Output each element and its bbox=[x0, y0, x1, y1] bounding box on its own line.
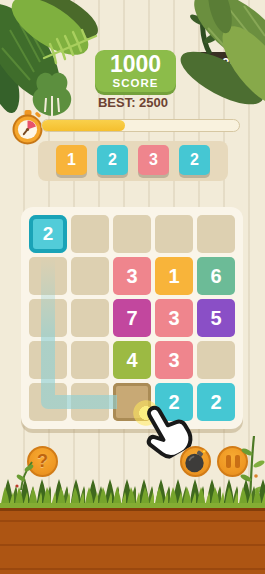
cell-r4-c0[interactable] bbox=[29, 383, 67, 421]
cell-r4-c1[interactable] bbox=[71, 383, 109, 421]
cell-r3-c3[interactable]: 3 bbox=[155, 341, 193, 379]
queue-tile-0[interactable]: 1 bbox=[56, 145, 87, 175]
cell-r3-c2[interactable]: 4 bbox=[113, 341, 151, 379]
cell-r1-c3[interactable]: 1 bbox=[155, 257, 193, 295]
cell-r3-c4[interactable] bbox=[197, 341, 235, 379]
cell-r3-c0[interactable] bbox=[29, 341, 67, 379]
cell-r2-c1[interactable] bbox=[71, 299, 109, 337]
pause-icon bbox=[226, 455, 231, 468]
cell-r1-c2[interactable]: 3 bbox=[113, 257, 151, 295]
game-screen: 1000 SCORE $ 200 BEST: 2500 1232 2316735… bbox=[0, 0, 265, 574]
cell-r1-c0[interactable] bbox=[29, 257, 67, 295]
wooden-floor bbox=[0, 508, 265, 574]
cell-r2-c2[interactable]: 7 bbox=[113, 299, 151, 337]
board-grid: 23167354322 bbox=[29, 215, 235, 421]
bomb-button[interactable] bbox=[180, 446, 211, 477]
cell-r2-c3[interactable]: 3 bbox=[155, 299, 193, 337]
cell-r2-c4[interactable]: 5 bbox=[197, 299, 235, 337]
cell-r0-c3[interactable] bbox=[155, 215, 193, 253]
cell-r2-c0[interactable] bbox=[29, 299, 67, 337]
cell-r0-c0[interactable]: 2 bbox=[29, 215, 67, 253]
timer-progress-fill bbox=[42, 120, 125, 131]
queue-tile-1[interactable]: 2 bbox=[97, 145, 128, 175]
grass-decoration bbox=[0, 476, 265, 510]
cell-r1-c4[interactable]: 6 bbox=[197, 257, 235, 295]
bomb-icon bbox=[182, 448, 209, 475]
leaves-top-left bbox=[0, 0, 122, 120]
next-tiles-tray: 1232 bbox=[38, 141, 228, 181]
cell-r3-c1[interactable] bbox=[71, 341, 109, 379]
queue-tile-2[interactable]: 3 bbox=[138, 145, 169, 175]
cell-r1-c1[interactable] bbox=[71, 257, 109, 295]
game-board: 23167354322 bbox=[21, 207, 243, 429]
cell-r0-c4[interactable] bbox=[197, 215, 235, 253]
leaves-top-right bbox=[160, 0, 265, 112]
cell-r0-c2[interactable] bbox=[113, 215, 151, 253]
cell-r4-c4[interactable]: 2 bbox=[197, 383, 235, 421]
cell-r0-c1[interactable] bbox=[71, 215, 109, 253]
queue-tile-3[interactable]: 2 bbox=[179, 145, 210, 175]
help-button-label: ? bbox=[37, 451, 48, 472]
timer-progress-bar bbox=[41, 119, 240, 132]
